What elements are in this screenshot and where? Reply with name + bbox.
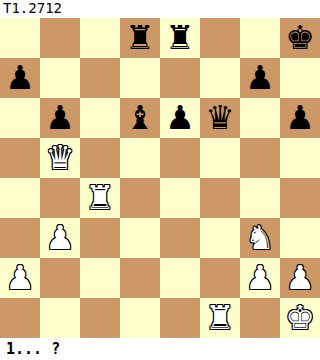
square-g2[interactable]: ♟ [240,258,280,298]
square-e1[interactable] [160,298,200,338]
square-h4[interactable] [280,178,320,218]
chess-puzzle-page: T1.2712 ♜♜♚♟♟♟♝♟♛♟♛♜♟♞♟♟♟♜♚ 1... ? [0,0,320,360]
square-c7[interactable] [80,58,120,98]
square-d5[interactable] [120,138,160,178]
square-f6[interactable]: ♛ [200,98,240,138]
square-g8[interactable] [240,18,280,58]
white-pawn: ♟ [45,218,75,258]
square-e4[interactable] [160,178,200,218]
square-c1[interactable] [80,298,120,338]
square-g1[interactable] [240,298,280,338]
square-g4[interactable] [240,178,280,218]
square-d2[interactable] [120,258,160,298]
square-g3[interactable]: ♞ [240,218,280,258]
square-c3[interactable] [80,218,120,258]
square-a8[interactable] [0,18,40,58]
square-b3[interactable]: ♟ [40,218,80,258]
square-e3[interactable] [160,218,200,258]
square-b5[interactable]: ♛ [40,138,80,178]
square-b7[interactable] [40,58,80,98]
square-h1[interactable]: ♚ [280,298,320,338]
black-king: ♚ [285,18,315,58]
white-pawn: ♟ [285,258,315,298]
square-f8[interactable] [200,18,240,58]
white-pawn: ♟ [245,258,275,298]
square-g6[interactable] [240,98,280,138]
square-a1[interactable] [0,298,40,338]
square-e8[interactable]: ♜ [160,18,200,58]
square-h3[interactable] [280,218,320,258]
square-d6[interactable]: ♝ [120,98,160,138]
puzzle-id: T1.2712 [0,0,320,18]
square-d4[interactable] [120,178,160,218]
square-b2[interactable] [40,258,80,298]
square-f7[interactable] [200,58,240,98]
square-e6[interactable]: ♟ [160,98,200,138]
white-king: ♚ [285,298,315,338]
square-a3[interactable] [0,218,40,258]
square-h7[interactable] [280,58,320,98]
square-a2[interactable]: ♟ [0,258,40,298]
black-pawn: ♟ [245,58,275,98]
square-a4[interactable] [0,178,40,218]
square-c4[interactable]: ♜ [80,178,120,218]
square-c8[interactable] [80,18,120,58]
square-a7[interactable]: ♟ [0,58,40,98]
square-f3[interactable] [200,218,240,258]
square-f1[interactable]: ♜ [200,298,240,338]
black-rook: ♜ [125,18,155,58]
square-c5[interactable] [80,138,120,178]
square-h8[interactable]: ♚ [280,18,320,58]
black-rook: ♜ [165,18,195,58]
square-f2[interactable] [200,258,240,298]
square-h6[interactable]: ♟ [280,98,320,138]
square-e2[interactable] [160,258,200,298]
black-pawn: ♟ [165,98,195,138]
square-g7[interactable]: ♟ [240,58,280,98]
square-d8[interactable]: ♜ [120,18,160,58]
black-pawn: ♟ [45,98,75,138]
square-a6[interactable] [0,98,40,138]
square-f4[interactable] [200,178,240,218]
black-pawn: ♟ [285,98,315,138]
white-rook: ♜ [85,178,115,218]
white-queen: ♛ [45,138,75,178]
black-pawn: ♟ [5,58,35,98]
square-b8[interactable] [40,18,80,58]
white-knight: ♞ [245,218,275,258]
black-queen: ♛ [205,98,235,138]
square-h5[interactable] [280,138,320,178]
square-b1[interactable] [40,298,80,338]
square-e5[interactable] [160,138,200,178]
square-e7[interactable] [160,58,200,98]
white-rook: ♜ [205,298,235,338]
white-pawn: ♟ [5,258,35,298]
square-d1[interactable] [120,298,160,338]
square-g5[interactable] [240,138,280,178]
square-b6[interactable]: ♟ [40,98,80,138]
square-h2[interactable]: ♟ [280,258,320,298]
square-c6[interactable] [80,98,120,138]
move-prompt: 1... ? [0,338,320,360]
black-bishop: ♝ [125,98,155,138]
chess-board: ♜♜♚♟♟♟♝♟♛♟♛♜♟♞♟♟♟♜♚ [0,18,320,338]
square-c2[interactable] [80,258,120,298]
square-b4[interactable] [40,178,80,218]
square-f5[interactable] [200,138,240,178]
square-d3[interactable] [120,218,160,258]
square-d7[interactable] [120,58,160,98]
square-a5[interactable] [0,138,40,178]
